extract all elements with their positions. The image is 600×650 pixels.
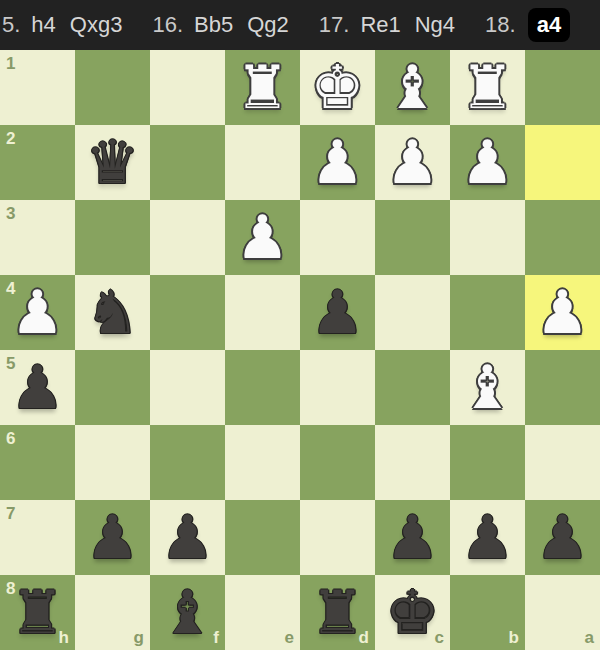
- square-b2[interactable]: ♟: [450, 125, 525, 200]
- move-number: 5.: [2, 12, 20, 38]
- square-a1[interactable]: [525, 50, 600, 125]
- black-knight[interactable]: ♞: [75, 275, 150, 350]
- move-number: 17.: [319, 12, 350, 38]
- square-h5[interactable]: 5♟: [0, 350, 75, 425]
- square-h1[interactable]: 1: [0, 50, 75, 125]
- square-e4[interactable]: [225, 275, 300, 350]
- square-d1[interactable]: ♚: [300, 50, 375, 125]
- square-a5[interactable]: [525, 350, 600, 425]
- square-f4[interactable]: [150, 275, 225, 350]
- square-e2[interactable]: [225, 125, 300, 200]
- rank-label-6: 6: [6, 430, 15, 447]
- square-h4[interactable]: 4♟: [0, 275, 75, 350]
- square-e7[interactable]: [225, 500, 300, 575]
- black-pawn[interactable]: ♟: [300, 275, 375, 350]
- white-king[interactable]: ♚: [300, 50, 375, 125]
- square-b3[interactable]: [450, 200, 525, 275]
- white-pawn[interactable]: ♟: [300, 125, 375, 200]
- square-e3[interactable]: ♟: [225, 200, 300, 275]
- current-move-chip[interactable]: a4: [528, 8, 570, 42]
- square-f5[interactable]: [150, 350, 225, 425]
- black-pawn[interactable]: ♟: [450, 500, 525, 575]
- rank-label-2: 2: [6, 130, 15, 147]
- square-c6[interactable]: [375, 425, 450, 500]
- file-label-b: b: [509, 629, 519, 646]
- square-b1[interactable]: ♜: [450, 50, 525, 125]
- move-san[interactable]: Re1: [360, 12, 400, 38]
- square-g3[interactable]: [75, 200, 150, 275]
- square-c8[interactable]: c♚: [375, 575, 450, 650]
- square-f6[interactable]: [150, 425, 225, 500]
- square-c7[interactable]: ♟: [375, 500, 450, 575]
- square-g2[interactable]: ♛: [75, 125, 150, 200]
- move-san[interactable]: Qg2: [247, 12, 289, 38]
- square-d5[interactable]: [300, 350, 375, 425]
- square-g5[interactable]: [75, 350, 150, 425]
- square-a8[interactable]: a: [525, 575, 600, 650]
- move-san[interactable]: h4: [31, 12, 55, 38]
- square-a7[interactable]: ♟: [525, 500, 600, 575]
- square-c2[interactable]: ♟: [375, 125, 450, 200]
- square-f1[interactable]: [150, 50, 225, 125]
- square-c1[interactable]: ♝: [375, 50, 450, 125]
- move-list-bar: 5.h4Qxg316.Bb5Qg217.Re1Ng418.a4: [0, 0, 600, 50]
- black-rook[interactable]: ♜: [300, 575, 375, 650]
- square-d3[interactable]: [300, 200, 375, 275]
- move-san[interactable]: Ng4: [415, 12, 455, 38]
- rank-label-7: 7: [6, 505, 15, 522]
- white-pawn[interactable]: ♟: [225, 200, 300, 275]
- white-pawn[interactable]: ♟: [375, 125, 450, 200]
- square-h7[interactable]: 7: [0, 500, 75, 575]
- black-rook[interactable]: ♜: [0, 575, 75, 650]
- square-g8[interactable]: g: [75, 575, 150, 650]
- white-bishop[interactable]: ♝: [375, 50, 450, 125]
- chess-board[interactable]: 1♜♚♝♜2♛♟♟♟3♟4♟♞♟♟5♟♝67♟♟♟♟♟8h♜gf♝ed♜c♚ba: [0, 50, 600, 650]
- square-d6[interactable]: [300, 425, 375, 500]
- white-pawn[interactable]: ♟: [450, 125, 525, 200]
- white-pawn[interactable]: ♟: [0, 275, 75, 350]
- square-c4[interactable]: [375, 275, 450, 350]
- square-h2[interactable]: 2: [0, 125, 75, 200]
- square-c5[interactable]: [375, 350, 450, 425]
- square-b8[interactable]: b: [450, 575, 525, 650]
- square-e8[interactable]: e: [225, 575, 300, 650]
- file-label-g: g: [134, 629, 144, 646]
- black-king[interactable]: ♚: [375, 575, 450, 650]
- black-pawn[interactable]: ♟: [0, 350, 75, 425]
- square-a3[interactable]: [525, 200, 600, 275]
- black-bishop[interactable]: ♝: [150, 575, 225, 650]
- white-rook[interactable]: ♜: [450, 50, 525, 125]
- square-b7[interactable]: ♟: [450, 500, 525, 575]
- black-pawn[interactable]: ♟: [525, 500, 600, 575]
- square-b5[interactable]: ♝: [450, 350, 525, 425]
- square-a4[interactable]: ♟: [525, 275, 600, 350]
- square-f8[interactable]: f♝: [150, 575, 225, 650]
- square-c3[interactable]: [375, 200, 450, 275]
- white-bishop[interactable]: ♝: [450, 350, 525, 425]
- square-g7[interactable]: ♟: [75, 500, 150, 575]
- square-b6[interactable]: [450, 425, 525, 500]
- square-e6[interactable]: [225, 425, 300, 500]
- square-h8[interactable]: 8h♜: [0, 575, 75, 650]
- square-g1[interactable]: [75, 50, 150, 125]
- square-h6[interactable]: 6: [0, 425, 75, 500]
- square-f3[interactable]: [150, 200, 225, 275]
- move-number: 18.: [485, 12, 516, 38]
- square-d8[interactable]: d♜: [300, 575, 375, 650]
- rank-label-3: 3: [6, 205, 15, 222]
- square-d4[interactable]: ♟: [300, 275, 375, 350]
- square-e1[interactable]: ♜: [225, 50, 300, 125]
- square-h3[interactable]: 3: [0, 200, 75, 275]
- square-g6[interactable]: [75, 425, 150, 500]
- file-label-a: a: [585, 629, 594, 646]
- square-g4[interactable]: ♞: [75, 275, 150, 350]
- move-number: 16.: [152, 12, 183, 38]
- square-a2[interactable]: [525, 125, 600, 200]
- black-pawn[interactable]: ♟: [75, 500, 150, 575]
- square-b4[interactable]: [450, 275, 525, 350]
- black-pawn[interactable]: ♟: [150, 500, 225, 575]
- file-label-e: e: [285, 629, 294, 646]
- rank-label-1: 1: [6, 55, 15, 72]
- white-rook[interactable]: ♜: [225, 50, 300, 125]
- square-e5[interactable]: [225, 350, 300, 425]
- square-d7[interactable]: [300, 500, 375, 575]
- black-queen[interactable]: ♛: [75, 125, 150, 200]
- black-pawn[interactable]: ♟: [375, 500, 450, 575]
- white-pawn[interactable]: ♟: [525, 275, 600, 350]
- square-d2[interactable]: ♟: [300, 125, 375, 200]
- move-san[interactable]: Bb5: [194, 12, 233, 38]
- square-a6[interactable]: [525, 425, 600, 500]
- move-san[interactable]: Qxg3: [70, 12, 123, 38]
- square-f7[interactable]: ♟: [150, 500, 225, 575]
- square-f2[interactable]: [150, 125, 225, 200]
